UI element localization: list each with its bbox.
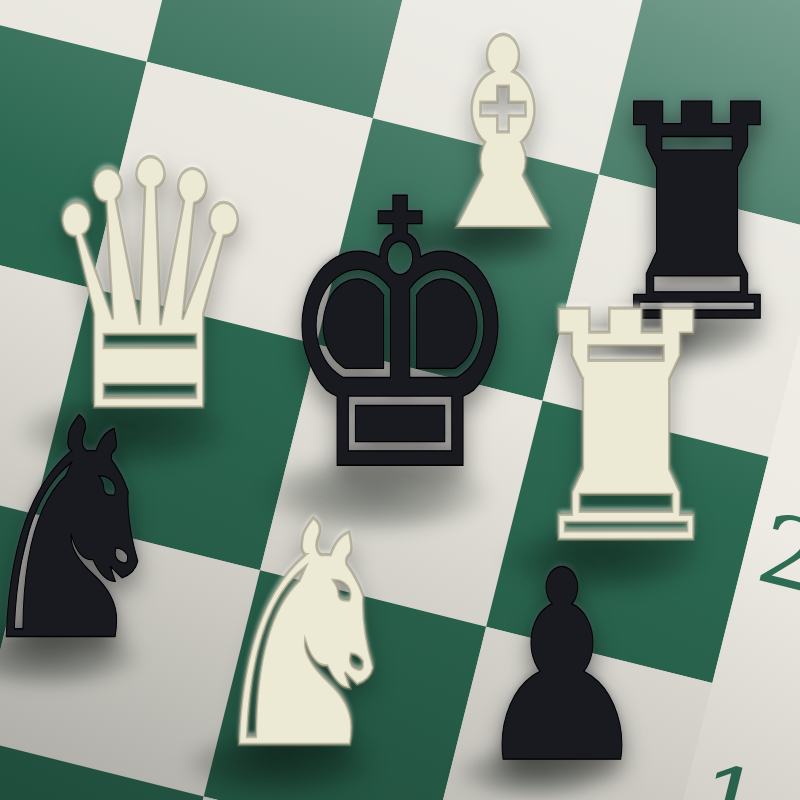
black-knight[interactable]: ♞ — [0, 380, 175, 684]
pieces-layer: ♛♚♝♜♜♞♞♟ — [0, 0, 800, 800]
white-knight[interactable]: ♞ — [201, 482, 412, 792]
black-pawn[interactable]: ♟ — [472, 536, 651, 800]
chessboard-photo-scene: 21 ♛♚♝♜♜♞♞♟ — [0, 0, 800, 800]
